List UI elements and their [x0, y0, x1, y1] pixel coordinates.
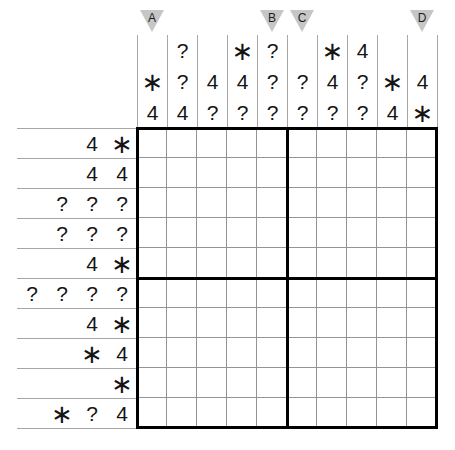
row-clue-cell	[17, 159, 47, 188]
cell-r8c10[interactable]	[407, 338, 437, 368]
cell-r10c3[interactable]	[197, 398, 227, 428]
cell-r6c10[interactable]	[407, 278, 437, 308]
column-clue-6: ??	[287, 35, 317, 128]
cell-r7c3[interactable]	[197, 308, 227, 338]
column-clue-cell: ?	[258, 97, 287, 128]
cell-r3c6[interactable]	[287, 188, 317, 218]
cell-r6c3[interactable]	[197, 278, 227, 308]
cell-r2c5[interactable]	[257, 158, 287, 188]
cell-r7c8[interactable]	[347, 308, 377, 338]
row-clue-3: ???	[17, 188, 137, 218]
cell-r7c2[interactable]	[167, 308, 197, 338]
row-clue-cell: ∗	[107, 369, 137, 398]
row-clue-7: 4∗	[17, 308, 137, 338]
marker-C: C	[290, 10, 314, 32]
row-clue-cell: 4	[107, 159, 137, 188]
row-clue-cell: ?	[107, 219, 137, 248]
row-clue-cell: 4	[77, 309, 107, 338]
row-clue-4: ???	[17, 218, 137, 248]
column-clue-cell	[288, 35, 317, 66]
cell-r8c1[interactable]	[137, 338, 167, 368]
cell-r8c9[interactable]	[377, 338, 407, 368]
cell-r6c7[interactable]	[317, 278, 347, 308]
cell-r4c4[interactable]	[227, 218, 257, 248]
cell-r10c6[interactable]	[287, 398, 317, 428]
cell-r9c6[interactable]	[287, 368, 317, 398]
row-clue-cell	[17, 369, 47, 398]
row-clue-cell	[47, 249, 77, 278]
nonogram-puzzle: ∗4??44?∗4??????∗4?4??∗44∗ 4∗44??????4∗??…	[0, 0, 455, 450]
column-clue-cell: ?	[258, 35, 287, 66]
cell-r10c8[interactable]	[347, 398, 377, 428]
row-clue-cell: 4	[77, 159, 107, 188]
cell-r7c1[interactable]	[137, 308, 167, 338]
cell-r2c7[interactable]	[317, 158, 347, 188]
cell-r7c5[interactable]	[257, 308, 287, 338]
cell-r8c2[interactable]	[167, 338, 197, 368]
cell-r3c3[interactable]	[197, 188, 227, 218]
column-clue-cell: ?	[318, 97, 347, 128]
cell-r4c9[interactable]	[377, 218, 407, 248]
column-clue-cell: ∗	[138, 66, 167, 97]
row-clue-cell	[17, 189, 47, 218]
column-clue-cell: ∗	[378, 66, 407, 97]
row-clue-cell	[17, 219, 47, 248]
column-clue-7: ∗4?	[317, 35, 347, 128]
cell-r1c6[interactable]	[287, 128, 317, 158]
row-clue-cell: ?	[77, 279, 107, 308]
cell-r4c8[interactable]	[347, 218, 377, 248]
cell-r5c4[interactable]	[227, 248, 257, 278]
cell-r7c7[interactable]	[317, 308, 347, 338]
marker-label: D	[410, 11, 434, 25]
cell-r8c7[interactable]	[317, 338, 347, 368]
star-clue: ∗	[232, 38, 254, 64]
cell-r2c3[interactable]	[197, 158, 227, 188]
star-clue: ∗	[382, 69, 404, 95]
cell-r7c6[interactable]	[287, 308, 317, 338]
star-clue: ∗	[412, 100, 434, 126]
cell-r9c5[interactable]	[257, 368, 287, 398]
marker-A: A	[140, 10, 164, 32]
row-clue-cell	[47, 369, 77, 398]
cell-r6c1[interactable]	[137, 278, 167, 308]
cell-r9c3[interactable]	[197, 368, 227, 398]
cell-r6c6[interactable]	[287, 278, 317, 308]
column-clue-cell: 4	[228, 66, 257, 97]
column-clue-cell: 4	[378, 97, 407, 128]
marker-label: A	[140, 11, 164, 25]
row-clue-cell: ∗	[107, 129, 137, 158]
cell-r10c5[interactable]	[257, 398, 287, 428]
column-clue-cell: 4	[348, 35, 377, 66]
cell-r6c9[interactable]	[377, 278, 407, 308]
star-clue: ∗	[111, 131, 133, 157]
cell-r1c10[interactable]	[407, 128, 437, 158]
cell-r7c4[interactable]	[227, 308, 257, 338]
column-clue-cell: ∗	[408, 97, 437, 128]
cell-r10c1[interactable]	[137, 398, 167, 428]
column-clue-cell: ?	[348, 66, 377, 97]
cell-r10c9[interactable]	[377, 398, 407, 428]
cell-r5c5[interactable]	[257, 248, 287, 278]
cell-r3c9[interactable]	[377, 188, 407, 218]
cell-r4c6[interactable]	[287, 218, 317, 248]
row-clue-cell: ?	[17, 279, 47, 308]
cell-r4c7[interactable]	[317, 218, 347, 248]
cell-r4c10[interactable]	[407, 218, 437, 248]
cell-r8c6[interactable]	[287, 338, 317, 368]
row-clue-cell	[17, 249, 47, 278]
row-clue-cell: ?	[47, 189, 77, 218]
marker-B: B	[260, 10, 284, 32]
row-clues: 4∗44??????4∗????4∗∗4∗∗?4	[17, 128, 137, 430]
cell-r3c2[interactable]	[167, 188, 197, 218]
cell-r3c1[interactable]	[137, 188, 167, 218]
cell-r8c3[interactable]	[197, 338, 227, 368]
star-clue: ∗	[51, 401, 73, 427]
column-clue-cell: ?	[198, 97, 227, 128]
row-clue-cell: 4	[107, 399, 137, 428]
cell-r4c2[interactable]	[167, 218, 197, 248]
row-clue-5: 4∗	[17, 248, 137, 278]
column-clue-9: ∗4	[377, 35, 407, 128]
cell-r3c7[interactable]	[317, 188, 347, 218]
row-clue-cell: ∗	[107, 309, 137, 338]
star-clue: ∗	[142, 69, 164, 95]
cell-r2c9[interactable]	[377, 158, 407, 188]
cell-r5c8[interactable]	[347, 248, 377, 278]
cell-r1c5[interactable]	[257, 128, 287, 158]
column-clue-cell: ∗	[228, 35, 257, 66]
column-clue-1: ∗4	[137, 35, 167, 128]
cell-r6c8[interactable]	[347, 278, 377, 308]
column-clue-cell: ?	[288, 97, 317, 128]
column-clue-2: ??4	[167, 35, 197, 128]
column-clue-5: ???	[257, 35, 287, 128]
cell-r6c4[interactable]	[227, 278, 257, 308]
column-clue-cell: 4	[168, 97, 197, 128]
row-clue-cell	[47, 339, 77, 368]
row-clue-6: ????	[17, 278, 137, 308]
cell-r5c6[interactable]	[287, 248, 317, 278]
cell-r2c8[interactable]	[347, 158, 377, 188]
column-clue-cell: ?	[348, 97, 377, 128]
row-clue-cell: ∗	[107, 249, 137, 278]
row-clue-cell: ?	[107, 279, 137, 308]
column-clue-cell: ∗	[318, 35, 347, 66]
cell-r8c8[interactable]	[347, 338, 377, 368]
cell-r2c6[interactable]	[287, 158, 317, 188]
row-clue-cell	[17, 339, 47, 368]
column-clue-cell	[198, 35, 227, 66]
cell-r1c2[interactable]	[167, 128, 197, 158]
column-clue-cell: ?	[168, 35, 197, 66]
cell-r1c8[interactable]	[347, 128, 377, 158]
star-clue: ∗	[111, 371, 133, 397]
cell-r9c4[interactable]	[227, 368, 257, 398]
cell-r4c5[interactable]	[257, 218, 287, 248]
row-clue-2: 44	[17, 158, 137, 188]
row-clue-cell	[47, 129, 77, 158]
column-clue-cell: 4	[138, 97, 167, 128]
cell-r1c1[interactable]	[137, 128, 167, 158]
column-clue-cell: 4	[198, 66, 227, 97]
cell-r5c3[interactable]	[197, 248, 227, 278]
star-clue: ∗	[111, 251, 133, 277]
cell-r3c4[interactable]	[227, 188, 257, 218]
cell-r5c1[interactable]	[137, 248, 167, 278]
cell-r10c7[interactable]	[317, 398, 347, 428]
cell-r4c1[interactable]	[137, 218, 167, 248]
row-clue-1: 4∗	[17, 128, 137, 158]
column-clue-cell: ?	[258, 66, 287, 97]
column-clue-cell: 4	[408, 66, 437, 97]
row-clue-cell: ?	[77, 189, 107, 218]
cell-r9c1[interactable]	[137, 368, 167, 398]
clue-divider	[437, 35, 438, 128]
cell-r5c7[interactable]	[317, 248, 347, 278]
cell-r7c9[interactable]	[377, 308, 407, 338]
cell-r10c2[interactable]	[167, 398, 197, 428]
star-clue: ∗	[81, 341, 103, 367]
cell-r1c4[interactable]	[227, 128, 257, 158]
row-clue-cell: 4	[77, 129, 107, 158]
cell-r10c10[interactable]	[407, 398, 437, 428]
row-clue-cell: ∗	[77, 339, 107, 368]
cell-r4c3[interactable]	[197, 218, 227, 248]
cell-r1c7[interactable]	[317, 128, 347, 158]
row-clue-10: ∗?4	[17, 398, 137, 428]
column-clue-cell	[408, 35, 437, 66]
row-clue-cell	[17, 129, 47, 158]
row-clue-8: ∗4	[17, 338, 137, 368]
column-clue-10: 4∗	[407, 35, 437, 128]
marker-label: B	[260, 11, 284, 25]
column-clue-cell: ?	[168, 66, 197, 97]
cell-r10c4[interactable]	[227, 398, 257, 428]
cell-r2c1[interactable]	[137, 158, 167, 188]
row-clue-cell	[47, 309, 77, 338]
cell-r6c5[interactable]	[257, 278, 287, 308]
marker-label: C	[290, 11, 314, 25]
row-clue-cell: ?	[47, 219, 77, 248]
row-clue-cell: ?	[77, 399, 107, 428]
board-grid	[137, 128, 437, 428]
column-clue-cell	[378, 35, 407, 66]
marker-D: D	[410, 10, 434, 32]
column-clue-3: 4?	[197, 35, 227, 128]
column-clue-cell: ?	[288, 66, 317, 97]
row-clue-cell: ?	[47, 279, 77, 308]
cell-r9c7[interactable]	[317, 368, 347, 398]
row-clue-cell: ?	[107, 189, 137, 218]
column-clue-cell: ?	[228, 97, 257, 128]
column-clue-cell: 4	[318, 66, 347, 97]
star-clue: ∗	[111, 311, 133, 337]
row-clue-cell: ∗	[47, 399, 77, 428]
cell-r8c5[interactable]	[257, 338, 287, 368]
row-clue-9: ∗	[17, 368, 137, 398]
row-clue-cell	[17, 309, 47, 338]
cell-r5c2[interactable]	[167, 248, 197, 278]
row-clue-cell	[17, 399, 47, 428]
cell-r9c9[interactable]	[377, 368, 407, 398]
cell-r9c8[interactable]	[347, 368, 377, 398]
column-clues: ∗4??44?∗4??????∗4?4??∗44∗	[137, 35, 439, 128]
row-clue-cell	[47, 159, 77, 188]
cell-r6c2[interactable]	[167, 278, 197, 308]
column-clue-4: ∗4?	[227, 35, 257, 128]
column-clue-8: 4??	[347, 35, 377, 128]
star-clue: ∗	[322, 38, 344, 64]
cell-r9c10[interactable]	[407, 368, 437, 398]
row-clue-cell: ?	[77, 219, 107, 248]
cell-r2c10[interactable]	[407, 158, 437, 188]
cell-r3c5[interactable]	[257, 188, 287, 218]
cell-r5c9[interactable]	[377, 248, 407, 278]
row-clue-cell: 4	[107, 339, 137, 368]
row-clue-cell: 4	[77, 249, 107, 278]
cell-r3c10[interactable]	[407, 188, 437, 218]
cell-r3c8[interactable]	[347, 188, 377, 218]
cell-r2c2[interactable]	[167, 158, 197, 188]
cell-r2c4[interactable]	[227, 158, 257, 188]
cell-r1c9[interactable]	[377, 128, 407, 158]
cell-r1c3[interactable]	[197, 128, 227, 158]
cell-r7c10[interactable]	[407, 308, 437, 338]
row-clue-cell	[77, 369, 107, 398]
clue-divider	[17, 428, 137, 429]
cell-r5c10[interactable]	[407, 248, 437, 278]
cell-r8c4[interactable]	[227, 338, 257, 368]
cell-r9c2[interactable]	[167, 368, 197, 398]
column-clue-cell	[138, 35, 167, 66]
